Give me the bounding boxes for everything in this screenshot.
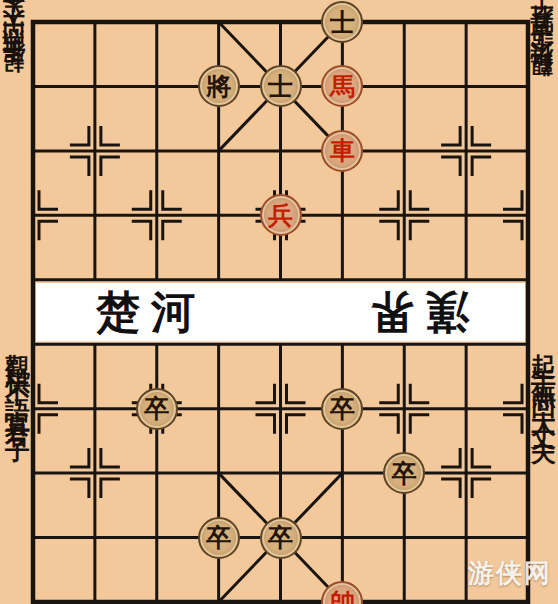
border-text-right-top: 觀棋不語真君子 xyxy=(530,26,556,96)
piece-glyph: 卒 xyxy=(392,461,417,486)
piece-red-pawn[interactable]: 兵 xyxy=(260,194,302,236)
piece-glyph: 卒 xyxy=(268,525,293,550)
piece-black-pawn-2[interactable]: 卒 xyxy=(321,388,363,430)
piece-glyph: 士 xyxy=(330,10,355,35)
piece-black-general[interactable]: 將 xyxy=(198,65,240,107)
piece-black-pawn-4[interactable]: 卒 xyxy=(198,517,240,559)
piece-black-pawn-1[interactable]: 卒 xyxy=(136,388,178,430)
piece-glyph: 馬 xyxy=(330,74,355,99)
xiangqi-board: 起手無回大丈夫 觀棋不語真君子 觀棋不語真君子 起手無回大丈夫 楚 河 漢 界 … xyxy=(0,0,558,604)
piece-glyph: 兵 xyxy=(268,203,293,228)
piece-red-chariot[interactable]: 車 xyxy=(321,130,363,172)
piece-glyph: 卒 xyxy=(144,396,169,421)
piece-glyph: 卒 xyxy=(330,396,355,421)
piece-glyph: 士 xyxy=(268,74,293,99)
border-text-left-bottom: 觀棋不語真君子 xyxy=(2,334,30,432)
piece-black-pawn-5[interactable]: 卒 xyxy=(260,517,302,559)
piece-black-advisor-2[interactable]: 士 xyxy=(260,65,302,107)
piece-glyph: 車 xyxy=(330,138,355,163)
piece-glyph: 卒 xyxy=(206,525,231,550)
river-label-chu-he: 楚 河 xyxy=(96,283,220,341)
piece-glyph: 將 xyxy=(206,74,231,99)
border-text-right-bottom: 起手無回大丈夫 xyxy=(530,334,556,432)
river-label-han-jie: 漢 界 xyxy=(343,283,469,341)
piece-glyph: 帥 xyxy=(330,590,355,604)
border-text-left-top: 起手無回大丈夫 xyxy=(2,22,30,92)
watermark: 游侠网 xyxy=(468,556,552,591)
